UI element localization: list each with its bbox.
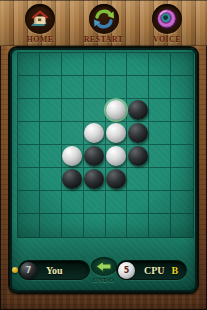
board-cell[interactable] (149, 145, 171, 168)
board-cell[interactable] (40, 122, 62, 145)
board-cell[interactable] (40, 168, 62, 191)
white-disc (106, 146, 126, 166)
board-cell[interactable] (84, 168, 106, 191)
board-cell[interactable] (18, 53, 40, 76)
board-cell[interactable] (18, 191, 40, 214)
board-cell[interactable] (127, 168, 149, 191)
board-cell[interactable] (106, 99, 128, 122)
board-cell[interactable] (40, 76, 62, 99)
board-cell[interactable] (18, 99, 40, 122)
board-cell[interactable] (106, 145, 128, 168)
board-cell[interactable] (18, 76, 40, 99)
board-cell[interactable] (62, 214, 84, 237)
board-cell[interactable] (106, 191, 128, 214)
black-disc (62, 169, 82, 189)
white-disc (106, 123, 126, 143)
board-cell[interactable] (171, 99, 193, 122)
home-label: HOME (27, 35, 54, 44)
player-score-pill: 7 You (18, 260, 90, 280)
player-label: You (46, 265, 63, 276)
board-cell[interactable] (106, 53, 128, 76)
undo-arrow-icon (91, 257, 117, 276)
board-cell[interactable] (149, 168, 171, 191)
board-cell[interactable] (40, 191, 62, 214)
black-disc (84, 169, 104, 189)
board-cell[interactable] (127, 145, 149, 168)
board (17, 52, 194, 238)
board-cell[interactable] (40, 214, 62, 237)
board-cell[interactable] (149, 214, 171, 237)
black-disc-icon: 7 (20, 262, 37, 279)
board-cell[interactable] (127, 122, 149, 145)
white-disc (106, 100, 126, 120)
board-cell[interactable] (106, 168, 128, 191)
board-cell[interactable] (18, 145, 40, 168)
white-disc (62, 146, 82, 166)
board-cell[interactable] (149, 122, 171, 145)
undo-label: UNDO (93, 276, 115, 284)
board-cell[interactable] (171, 191, 193, 214)
board-cell[interactable] (62, 53, 84, 76)
restart-icon (89, 4, 119, 34)
board-cell[interactable] (40, 145, 62, 168)
board-cell[interactable] (149, 76, 171, 99)
board-cell[interactable] (40, 99, 62, 122)
board-cell[interactable] (84, 53, 106, 76)
board-cell[interactable] (62, 76, 84, 99)
board-cell[interactable] (127, 99, 149, 122)
cpu-label: CPU (144, 265, 165, 276)
board-cell[interactable] (40, 53, 62, 76)
black-disc (128, 123, 148, 143)
undo-button[interactable]: UNDO (91, 257, 117, 284)
board-cell[interactable] (106, 214, 128, 237)
board-cell[interactable] (62, 122, 84, 145)
othello-app-screen: HOME RESTART (0, 0, 207, 310)
black-disc (106, 169, 126, 189)
black-disc (128, 146, 148, 166)
board-cell[interactable] (84, 122, 106, 145)
home-icon (25, 4, 55, 34)
board-cell[interactable] (18, 168, 40, 191)
board-cell[interactable] (18, 214, 40, 237)
score-bar: 7 You UNDO 5 CPU B (10, 256, 197, 290)
black-disc (84, 146, 104, 166)
board-cell[interactable] (171, 214, 193, 237)
board-cell[interactable] (127, 191, 149, 214)
board-cell[interactable] (106, 76, 128, 99)
voice-label: VOICE (153, 35, 181, 44)
board-cell[interactable] (127, 53, 149, 76)
black-disc (128, 100, 148, 120)
top-menu-bar: HOME RESTART (0, 0, 207, 46)
board-cell[interactable] (171, 145, 193, 168)
board-cell[interactable] (171, 122, 193, 145)
restart-button[interactable]: RESTART (73, 0, 135, 46)
board-cell[interactable] (62, 168, 84, 191)
board-cell[interactable] (149, 99, 171, 122)
home-button[interactable]: HOME (9, 0, 71, 46)
board-cell[interactable] (84, 99, 106, 122)
restart-label: RESTART (84, 35, 124, 44)
board-cell[interactable] (149, 53, 171, 76)
white-disc (84, 123, 104, 143)
board-cell[interactable] (62, 99, 84, 122)
board-cell[interactable] (84, 76, 106, 99)
board-cell[interactable] (106, 122, 128, 145)
board-cell[interactable] (127, 76, 149, 99)
voice-button[interactable]: VOICE (136, 0, 198, 46)
cpu-score-pill: 5 CPU B (116, 260, 187, 280)
board-cell[interactable] (84, 214, 106, 237)
voice-icon (152, 4, 182, 34)
board-cell[interactable] (127, 214, 149, 237)
board-cell[interactable] (149, 191, 171, 214)
board-cell[interactable] (62, 145, 84, 168)
cpu-level: B (172, 265, 179, 276)
board-cell[interactable] (84, 191, 106, 214)
board-cell[interactable] (171, 168, 193, 191)
board-cell[interactable] (18, 122, 40, 145)
board-cell[interactable] (171, 76, 193, 99)
white-disc-icon: 5 (118, 262, 135, 279)
board-cell[interactable] (62, 191, 84, 214)
board-cell[interactable] (84, 145, 106, 168)
game-panel: 7 You UNDO 5 CPU B (8, 46, 199, 294)
board-cell[interactable] (171, 53, 193, 76)
